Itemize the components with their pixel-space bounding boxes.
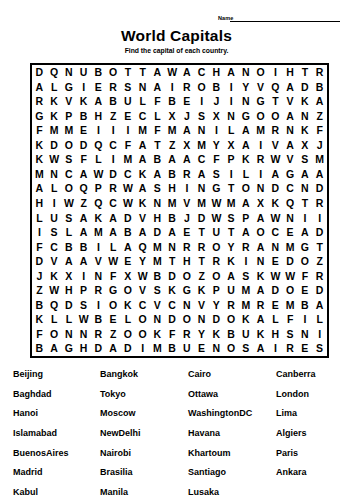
word-bank-list: BeijingBangkokCairoCanberraBaghdadTokyoO… [13,364,345,500]
grid-cell-r20c19: E [298,341,313,356]
grid-cell-r9c18: C [283,181,298,196]
grid-cell-r2c5: E [91,80,106,95]
grid-cell-r14c4: A [76,254,91,269]
grid-cell-r5c19: K [298,123,313,138]
grid-cell-r17c15: M [239,298,254,313]
grid-cell-r16c16: A [253,283,268,298]
grid-cell-r17c3: D [62,298,77,313]
grid-cell-r3c5: A [91,94,106,109]
grid-cell-r12c5: M [91,225,106,240]
grid-cell-r13c5: I [91,240,106,255]
grid-cell-r6c6: C [106,138,121,153]
word-item: Brasilia [100,462,188,482]
grid-cell-r11c6: A [106,211,121,226]
grid-cell-r5c11: A [180,123,195,138]
grid-cell-r20c7: D [121,341,136,356]
grid-cell-r8c15: L [239,167,254,182]
grid-cell-r8c14: I [224,167,239,182]
grid-cell-r6c12: M [194,138,209,153]
grid-cell-r15c15: S [239,269,254,284]
grid-cell-r19c9: K [150,327,165,342]
grid-cell-r3c4: K [76,94,91,109]
grid-cell-r11c5: K [91,211,106,226]
grid-cell-r4c15: G [239,109,254,124]
grid-cell-r20c1: B [32,341,47,356]
grid-cell-r3c11: E [180,94,195,109]
grid-cell-r4c13: X [209,109,224,124]
grid-cell-r18c11: O [180,312,195,327]
grid-cell-r1c19: T [298,65,313,80]
name-blank-line [230,14,340,22]
grid-cell-r7c19: S [298,152,313,167]
grid-cell-r7c4: F [76,152,91,167]
grid-cell-r9c2: L [47,181,62,196]
grid-cell-r16c3: H [62,283,77,298]
grid-cell-r15c7: X [121,269,136,284]
grid-cell-r14c5: V [91,254,106,269]
grid-cell-r3c7: U [121,94,136,109]
grid-cell-r9c5: P [91,181,106,196]
grid-cell-r1c2: Q [47,65,62,80]
grid-cell-r17c14: R [224,298,239,313]
grid-cell-r12c19: A [298,225,313,240]
grid-cell-r18c8: O [135,312,150,327]
grid-cell-r16c11: G [180,283,195,298]
grid-cell-r19c3: N [62,327,77,342]
grid-cell-r16c6: G [106,283,121,298]
grid-cell-r19c19: N [298,327,313,342]
grid-cell-r2c9: A [150,80,165,95]
grid-cell-r6c4: D [76,138,91,153]
grid-cell-r9c13: G [209,181,224,196]
grid-cell-r4c19: N [298,109,313,124]
grid-cell-r19c8: O [135,327,150,342]
grid-cell-r8c17: A [268,167,283,182]
grid-cell-r18c7: L [121,312,136,327]
grid-cell-r3c10: B [165,94,180,109]
grid-cell-r6c17: V [268,138,283,153]
grid-cell-r13c16: A [253,240,268,255]
grid-cell-r12c9: D [150,225,165,240]
word-item: Algiers [276,423,345,443]
grid-cell-r4c16: O [253,109,268,124]
grid-cell-r10c10: M [165,196,180,211]
grid-cell-r9c10: H [165,181,180,196]
grid-cell-r17c9: V [150,298,165,313]
grid-cell-r14c18: D [283,254,298,269]
word-item: Ottawa [188,384,276,404]
grid-cell-r7c6: I [106,152,121,167]
grid-cell-r20c20: S [312,341,327,356]
grid-cell-r7c15: K [239,152,254,167]
grid-cell-r12c17: C [268,225,283,240]
grid-cell-r7c1: K [32,152,47,167]
grid-cell-r2c2: L [47,80,62,95]
grid-cell-r6c11: X [180,138,195,153]
grid-cell-r9c19: N [298,181,313,196]
grid-cell-r8c8: K [135,167,150,182]
grid-cell-r19c15: U [239,327,254,342]
grid-cell-r10c1: H [32,196,47,211]
grid-cell-r19c14: B [224,327,239,342]
grid-cell-r8c11: R [180,167,195,182]
grid-cell-r1c13: H [209,65,224,80]
grid-cell-r13c18: M [283,240,298,255]
grid-cell-r18c14: O [224,312,239,327]
grid-cell-r11c20: I [312,211,327,226]
grid-cell-r7c12: C [194,152,209,167]
grid-cell-r15c2: K [47,269,62,284]
grid-cell-r13c14: Y [224,240,239,255]
grid-cell-r13c2: C [47,240,62,255]
grid-cell-r16c12: K [194,283,209,298]
grid-cell-r4c12: S [194,109,209,124]
grid-cell-r16c20: D [312,283,327,298]
grid-cell-r12c15: A [239,225,254,240]
grid-cell-r10c11: V [180,196,195,211]
grid-cell-r20c13: N [209,341,224,356]
grid-cell-r5c20: F [312,123,327,138]
grid-cell-r11c4: A [76,211,91,226]
grid-cell-r12c6: A [106,225,121,240]
grid-cell-r8c18: G [283,167,298,182]
grid-cell-r13c3: B [62,240,77,255]
grid-cell-r20c10: B [165,341,180,356]
grid-cell-r2c19: D [298,80,313,95]
grid-cell-r20c5: D [91,341,106,356]
grid-cell-r8c3: C [62,167,77,182]
grid-cell-r2c15: Y [239,80,254,95]
grid-cell-r10c17: K [268,196,283,211]
grid-cell-r18c16: A [253,312,268,327]
grid-cell-r13c12: R [194,240,209,255]
grid-cell-r8c9: A [150,167,165,182]
grid-cell-r9c12: N [194,181,209,196]
grid-cell-r4c1: G [32,109,47,124]
grid-cell-r20c14: O [224,341,239,356]
word-item: WashingtonDC [188,403,276,423]
grid-cell-r10c16: X [253,196,268,211]
grid-cell-r8c16: I [253,167,268,182]
grid-cell-r5c3: M [62,123,77,138]
grid-cell-r19c5: R [91,327,106,342]
grid-cell-r11c1: L [32,211,47,226]
grid-cell-r19c11: R [180,327,195,342]
grid-cell-r4c9: L [150,109,165,124]
worksheet-page: Name World Capitals Find the capital of … [0,0,353,500]
grid-cell-r19c7: O [121,327,136,342]
grid-cell-r18c10: D [165,312,180,327]
grid-cell-r5c5: I [91,123,106,138]
grid-cell-r1c9: A [150,65,165,80]
word-item: Bangkok [100,364,188,384]
grid-cell-r3c17: T [268,94,283,109]
grid-cell-r2c14: I [224,80,239,95]
word-item: Baghdad [13,384,100,404]
grid-cell-r9c1: A [32,181,47,196]
grid-cell-r19c10: F [165,327,180,342]
grid-cell-r18c1: K [32,312,47,327]
grid-cell-r9c11: I [180,181,195,196]
grid-cell-r14c15: I [239,254,254,269]
grid-cell-r5c1: F [32,123,47,138]
word-item: Canberra [276,364,345,384]
grid-cell-r11c15: P [239,211,254,226]
grid-cell-r18c12: N [194,312,209,327]
grid-cell-r2c7: S [121,80,136,95]
grid-cell-r12c11: E [180,225,195,240]
grid-cell-r3c8: L [135,94,150,109]
grid-cell-r3c19: K [298,94,313,109]
grid-cell-r6c19: X [298,138,313,153]
grid-cell-r2c6: R [106,80,121,95]
word-item: BuenosAires [13,443,100,463]
grid-cell-r15c13: O [209,269,224,284]
grid-cell-r6c3: O [62,138,77,153]
grid-cell-r6c15: A [239,138,254,153]
word-item: Cairo [188,364,276,384]
grid-cell-r16c14: U [224,283,239,298]
grid-cell-r8c12: A [194,167,209,182]
grid-cell-r4c3: P [62,109,77,124]
grid-cell-r16c13: P [209,283,224,298]
grid-cell-r19c4: N [76,327,91,342]
grid-cell-r17c4: S [76,298,91,313]
grid-cell-r9c7: W [121,181,136,196]
grid-cell-r12c13: U [209,225,224,240]
grid-cell-r14c10: T [165,254,180,269]
grid-cell-r15c6: F [106,269,121,284]
grid-cell-r1c8: T [135,65,150,80]
grid-cell-r8c19: A [298,167,313,182]
grid-cell-r4c7: E [121,109,136,124]
grid-cell-r18c20: L [312,312,327,327]
grid-cell-r17c8: C [135,298,150,313]
grid-cell-r7c8: A [135,152,150,167]
grid-cell-r14c16: N [253,254,268,269]
grid-cell-r20c9: M [150,341,165,356]
grid-cell-r16c5: R [91,283,106,298]
grid-cell-r12c18: E [283,225,298,240]
grid-cell-r18c2: L [47,312,62,327]
grid-cell-r18c3: L [62,312,77,327]
grid-cell-r12c8: A [135,225,150,240]
grid-cell-r13c1: F [32,240,47,255]
grid-cell-r17c10: C [165,298,180,313]
grid-cell-r16c17: D [268,283,283,298]
grid-cell-r11c17: W [268,211,283,226]
grid-cell-r3c3: V [62,94,77,109]
grid-cell-r10c7: W [121,196,136,211]
grid-cell-r1c11: A [180,65,195,80]
grid-cell-r15c12: Z [194,269,209,284]
word-item-empty [276,482,345,500]
grid-cell-r4c17: O [268,109,283,124]
grid-cell-r5c2: M [47,123,62,138]
grid-cell-r1c16: O [253,65,268,80]
grid-cell-r14c3: A [62,254,77,269]
grid-cell-r15c17: W [268,269,283,284]
grid-cell-r14c12: T [194,254,209,269]
grid-cell-r11c10: B [165,211,180,226]
grid-cell-r1c18: H [283,65,298,80]
grid-cell-r10c20: R [312,196,327,211]
grid-cell-r14c7: E [121,254,136,269]
grid-cell-r9c6: R [106,181,121,196]
grid-cell-r18c4: W [76,312,91,327]
grid-cell-r4c14: N [224,109,239,124]
grid-cell-r1c4: U [76,65,91,80]
grid-cell-r17c2: Q [47,298,62,313]
grid-cell-r17c18: M [283,298,298,313]
grid-cell-r18c9: N [150,312,165,327]
grid-cell-r13c11: R [180,240,195,255]
grid-cell-r6c5: Q [91,138,106,153]
grid-cell-r12c4: A [76,225,91,240]
grid-cell-r9c17: D [268,181,283,196]
grid-cell-r11c2: U [47,211,62,226]
word-item: Ankara [276,462,345,482]
grid-cell-r4c5: H [91,109,106,124]
grid-cell-r13c10: N [165,240,180,255]
grid-cell-r11c16: A [253,211,268,226]
grid-cell-r17c11: N [180,298,195,313]
grid-cell-r17c12: V [194,298,209,313]
grid-cell-r3c2: K [47,94,62,109]
grid-cell-r8c4: A [76,167,91,182]
grid-cell-r7c2: W [47,152,62,167]
grid-cell-r4c4: B [76,109,91,124]
grid-cell-r11c19: I [298,211,313,226]
grid-cell-r1c6: O [106,65,121,80]
grid-cell-r3c6: B [106,94,121,109]
grid-cell-r9c3: O [62,181,77,196]
word-item: Paris [276,443,345,463]
grid-cell-r14c13: R [209,254,224,269]
grid-cell-r14c11: H [180,254,195,269]
grid-cell-r14c1: D [32,254,47,269]
grid-cell-r2c17: Q [268,80,283,95]
grid-cell-r19c13: K [209,327,224,342]
grid-cell-r15c11: O [180,269,195,284]
grid-cell-r3c13: J [209,94,224,109]
grid-cell-r5c16: M [253,123,268,138]
grid-cell-r6c18: A [283,138,298,153]
grid-cell-r15c14: A [224,269,239,284]
word-item: Tokyo [100,384,188,404]
grid-cell-r7c11: A [180,152,195,167]
word-item: Hanoi [13,403,100,423]
grid-cell-r2c11: R [180,80,195,95]
grid-cell-r11c13: W [209,211,224,226]
grid-cell-r11c7: D [121,211,136,226]
grid-cell-r19c6: Z [106,327,121,342]
word-item: Lusaka [188,482,276,500]
grid-cell-r18c15: K [239,312,254,327]
grid-cell-r20c2: A [47,341,62,356]
grid-cell-r15c8: W [135,269,150,284]
grid-cell-r16c10: K [165,283,180,298]
grid-cell-r11c18: N [283,211,298,226]
grid-cell-r2c20: B [312,80,327,95]
word-item: Madrid [13,462,100,482]
grid-cell-r19c18: S [283,327,298,342]
grid-cell-r4c18: A [283,109,298,124]
grid-cell-r8c20: A [312,167,327,182]
grid-cell-r20c16: A [253,341,268,356]
word-item: Manila [100,482,188,500]
grid-cell-r19c12: Y [194,327,209,342]
grid-cell-r15c1: J [32,269,47,284]
grid-cell-r13c17: N [268,240,283,255]
grid-cell-r2c18: A [283,80,298,95]
grid-cell-r11c9: H [150,211,165,226]
grid-cell-r1c5: B [91,65,106,80]
grid-cell-r17c19: B [298,298,313,313]
grid-cell-r16c7: O [121,283,136,298]
grid-cell-r19c1: F [32,327,47,342]
grid-cell-r11c11: J [180,211,195,226]
grid-cell-r13c13: O [209,240,224,255]
grid-cell-r15c10: D [165,269,180,284]
grid-cell-r4c11: J [180,109,195,124]
grid-cell-r5c7: I [121,123,136,138]
grid-cell-r7c5: L [91,152,106,167]
grid-cell-r3c20: A [312,94,327,109]
grid-cell-r13c9: M [150,240,165,255]
word-item: Kabul [13,482,100,500]
grid-cell-r9c14: T [224,181,239,196]
grid-cell-r5c4: E [76,123,91,138]
grid-cell-r7c16: R [253,152,268,167]
grid-cell-r7c9: B [150,152,165,167]
grid-cell-r14c8: Y [135,254,150,269]
grid-cell-r7c14: P [224,152,239,167]
grid-cell-r7c7: M [121,152,136,167]
grid-cell-r20c3: G [62,341,77,356]
grid-cell-r15c9: B [150,269,165,284]
grid-cell-r20c4: H [76,341,91,356]
grid-cell-r14c20: Z [312,254,327,269]
grid-cell-r8c5: W [91,167,106,182]
grid-cell-r3c12: I [194,94,209,109]
grid-cell-r2c8: N [135,80,150,95]
grid-cell-r11c8: V [135,211,150,226]
grid-cell-r14c19: O [298,254,313,269]
grid-cell-r15c4: I [76,269,91,284]
grid-cell-r19c17: H [268,327,283,342]
grid-cell-r11c3: S [62,211,77,226]
grid-cell-r3c18: V [283,94,298,109]
grid-cell-r10c18: Q [283,196,298,211]
grid-cell-r10c6: C [106,196,121,211]
grid-cell-r10c8: K [135,196,150,211]
grid-cell-r18c6: E [106,312,121,327]
grid-cell-r6c8: A [135,138,150,153]
grid-cell-r17c6: O [106,298,121,313]
word-item: Islamabad [13,423,100,443]
page-title: World Capitals [0,27,353,45]
grid-cell-r1c20: R [312,65,327,80]
grid-cell-r16c19: E [298,283,313,298]
grid-cell-r8c6: D [106,167,121,182]
grid-cell-r1c17: I [268,65,283,80]
grid-cell-r1c10: W [165,65,180,80]
grid-cell-r1c1: D [32,65,47,80]
grid-cell-r10c3: W [62,196,77,211]
grid-cell-r2c1: A [32,80,47,95]
instructions-text: Find the capital of each country. [0,47,353,54]
